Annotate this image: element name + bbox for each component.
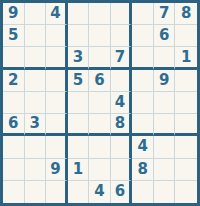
cell-r6c8[interactable]: [154, 114, 176, 136]
cell-r9c5[interactable]: 4: [89, 181, 111, 203]
cell-r4c1[interactable]: 2: [3, 70, 25, 92]
cell-r8c9[interactable]: [175, 159, 197, 181]
cell-r8c1[interactable]: [3, 159, 25, 181]
cell-r9c4[interactable]: [68, 181, 90, 203]
cell-r4c2[interactable]: [25, 70, 47, 92]
cell-r9c1[interactable]: [3, 181, 25, 203]
cell-r6c7[interactable]: [132, 114, 154, 136]
cell-r6c9[interactable]: [175, 114, 197, 136]
cell-r5c9[interactable]: [175, 92, 197, 114]
cell-r3c2[interactable]: [25, 47, 47, 69]
cell-r7c9[interactable]: [175, 136, 197, 158]
cell-r3c3[interactable]: [46, 47, 68, 69]
cell-r6c2[interactable]: 3: [25, 114, 47, 136]
cell-r3c7[interactable]: [132, 47, 154, 69]
cell-r7c5[interactable]: [89, 136, 111, 158]
cell-r4c4[interactable]: 5: [68, 70, 90, 92]
cell-r1c4[interactable]: [68, 3, 90, 25]
cell-r1c9[interactable]: 8: [175, 3, 197, 25]
cell-r3c6[interactable]: 7: [111, 47, 133, 69]
cell-r1c7[interactable]: [132, 3, 154, 25]
sudoku-board: 94785637125694638491846: [0, 0, 200, 206]
cell-r3c4[interactable]: 3: [68, 47, 90, 69]
cell-r1c6[interactable]: [111, 3, 133, 25]
cell-r3c5[interactable]: [89, 47, 111, 69]
cell-r2c6[interactable]: [111, 25, 133, 47]
cell-r4c8[interactable]: 9: [154, 70, 176, 92]
cell-r4c6[interactable]: [111, 70, 133, 92]
cell-r8c5[interactable]: [89, 159, 111, 181]
cell-r4c7[interactable]: [132, 70, 154, 92]
cell-r9c8[interactable]: [154, 181, 176, 203]
cell-r9c2[interactable]: [25, 181, 47, 203]
cell-r5c6[interactable]: 4: [111, 92, 133, 114]
cell-r7c3[interactable]: [46, 136, 68, 158]
cell-r6c5[interactable]: [89, 114, 111, 136]
cell-r3c9[interactable]: 1: [175, 47, 197, 69]
cell-r7c2[interactable]: [25, 136, 47, 158]
cell-r4c3[interactable]: [46, 70, 68, 92]
cell-r5c8[interactable]: [154, 92, 176, 114]
cell-r2c5[interactable]: [89, 25, 111, 47]
cell-r5c3[interactable]: [46, 92, 68, 114]
cell-r6c1[interactable]: 6: [3, 114, 25, 136]
cell-r4c9[interactable]: [175, 70, 197, 92]
cell-r2c1[interactable]: 5: [3, 25, 25, 47]
cell-r6c4[interactable]: [68, 114, 90, 136]
cell-r8c8[interactable]: [154, 159, 176, 181]
cell-r8c2[interactable]: [25, 159, 47, 181]
cell-r7c6[interactable]: [111, 136, 133, 158]
cell-r4c5[interactable]: 6: [89, 70, 111, 92]
cell-r7c7[interactable]: 4: [132, 136, 154, 158]
cell-r7c1[interactable]: [3, 136, 25, 158]
cell-r1c3[interactable]: 4: [46, 3, 68, 25]
cell-r2c4[interactable]: [68, 25, 90, 47]
cell-r1c8[interactable]: 7: [154, 3, 176, 25]
cell-r5c2[interactable]: [25, 92, 47, 114]
cell-r5c4[interactable]: [68, 92, 90, 114]
cell-r5c5[interactable]: [89, 92, 111, 114]
cell-r1c5[interactable]: [89, 3, 111, 25]
cell-r9c7[interactable]: [132, 181, 154, 203]
cell-r1c2[interactable]: [25, 3, 47, 25]
cell-r8c6[interactable]: [111, 159, 133, 181]
cell-r8c4[interactable]: 1: [68, 159, 90, 181]
cell-r3c8[interactable]: [154, 47, 176, 69]
cell-r8c3[interactable]: 9: [46, 159, 68, 181]
cell-r8c7[interactable]: 8: [132, 159, 154, 181]
cell-r9c6[interactable]: 6: [111, 181, 133, 203]
cell-r7c4[interactable]: [68, 136, 90, 158]
cell-r2c9[interactable]: [175, 25, 197, 47]
cell-r9c3[interactable]: [46, 181, 68, 203]
cell-r2c8[interactable]: 6: [154, 25, 176, 47]
cell-r2c2[interactable]: [25, 25, 47, 47]
cell-r5c1[interactable]: [3, 92, 25, 114]
cell-r2c7[interactable]: [132, 25, 154, 47]
cell-r9c9[interactable]: [175, 181, 197, 203]
cell-r3c1[interactable]: [3, 47, 25, 69]
cell-r6c3[interactable]: [46, 114, 68, 136]
cell-r7c8[interactable]: [154, 136, 176, 158]
cell-r6c6[interactable]: 8: [111, 114, 133, 136]
cell-r1c1[interactable]: 9: [3, 3, 25, 25]
cell-r5c7[interactable]: [132, 92, 154, 114]
cell-r2c3[interactable]: [46, 25, 68, 47]
